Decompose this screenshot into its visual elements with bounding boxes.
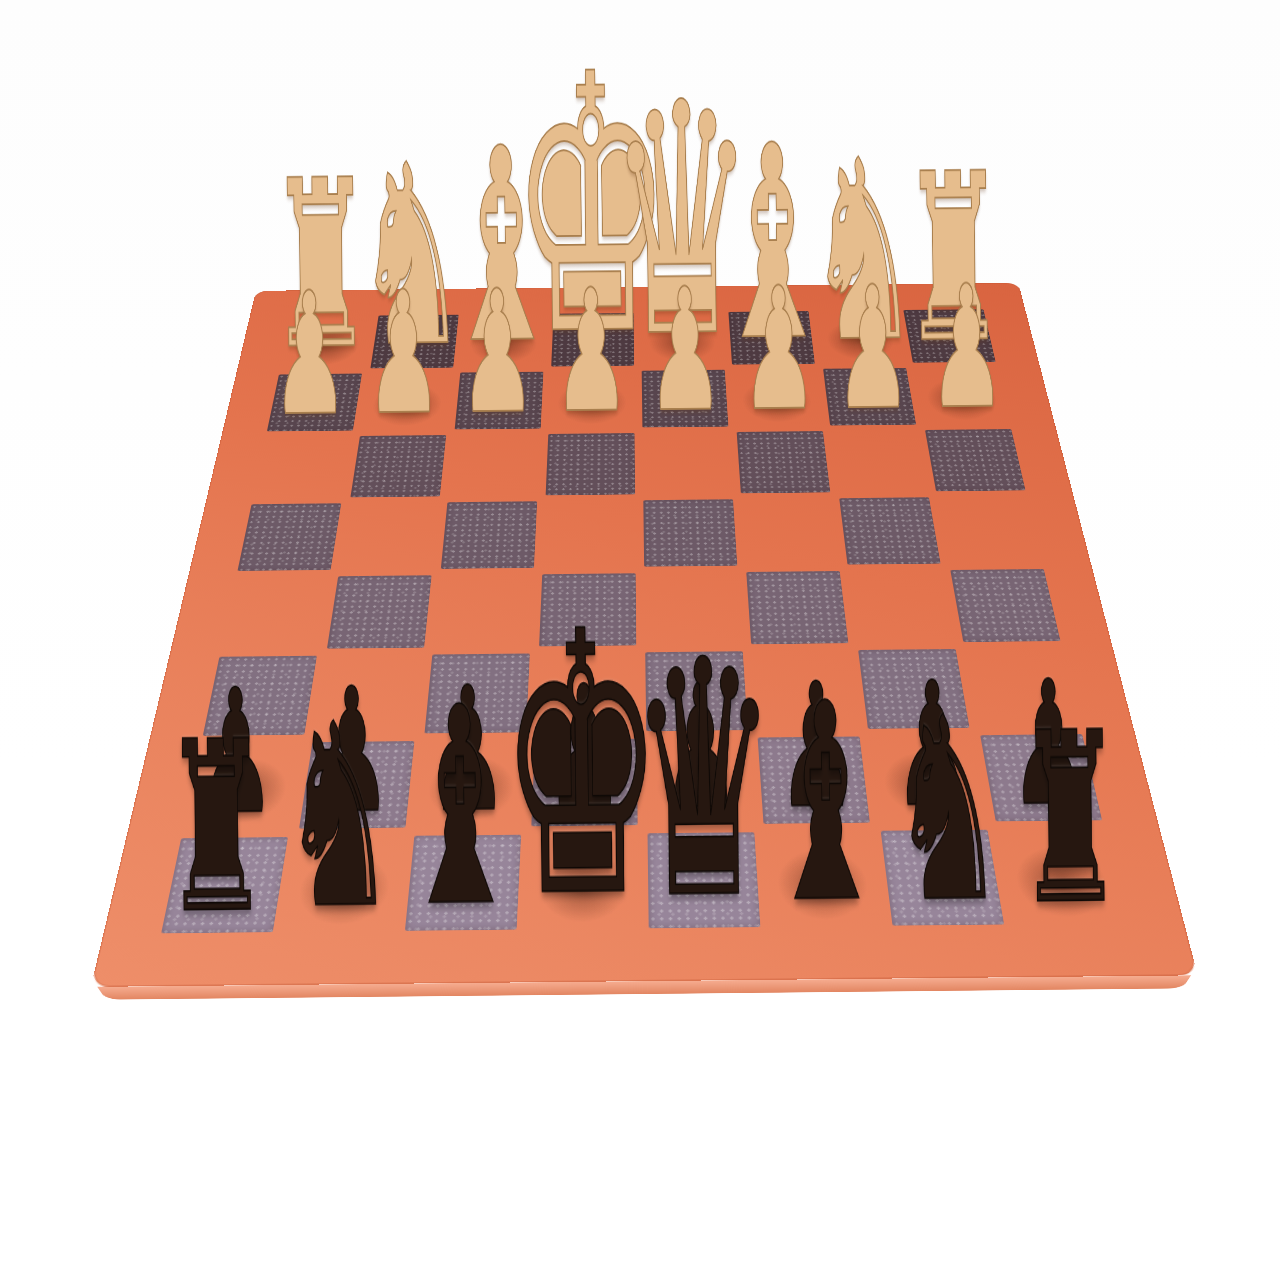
- square-h6: [197, 652, 322, 739]
- dark-glitter-tile: [904, 309, 996, 362]
- square-e6: [531, 649, 642, 736]
- square-d8: ♛: [643, 828, 766, 933]
- square-d2: ♟: [638, 367, 733, 430]
- square-c7: ♟: [753, 733, 876, 828]
- square-d6: [641, 648, 753, 735]
- square-b3: [827, 427, 933, 495]
- square-f3: [444, 431, 545, 499]
- square-c5: [742, 568, 853, 648]
- square-d3: [639, 429, 737, 497]
- square-a1: ♜: [899, 307, 1000, 365]
- square-h5: [216, 573, 335, 653]
- square-d5: [640, 569, 747, 649]
- square-b4: [835, 494, 946, 568]
- square-a4: [933, 493, 1048, 567]
- dark-glitter-tile: [737, 431, 830, 493]
- square-h3: [248, 433, 356, 501]
- dark-glitter-tile: [238, 504, 341, 571]
- square-f5: [428, 571, 538, 651]
- dark-glitter-tile: [925, 429, 1025, 491]
- square-c1: ♝: [725, 309, 819, 368]
- square-d1: ♛: [637, 310, 728, 369]
- dark-glitter-tile: [758, 737, 870, 824]
- dark-glitter-tile: [441, 502, 537, 569]
- square-g1: ♞: [366, 312, 462, 371]
- square-h2: ♟: [262, 371, 366, 434]
- dark-glitter-tile: [546, 433, 635, 495]
- square-b5: [844, 567, 960, 647]
- dark-glitter-tile: [840, 497, 941, 564]
- dark-glitter-tile: [859, 649, 970, 728]
- dark-glitter-tile: [747, 571, 848, 644]
- square-e5: [535, 570, 641, 650]
- dark-glitter-tile: [644, 500, 737, 567]
- square-g3: [346, 432, 451, 500]
- dark-glitter-tile: [951, 569, 1061, 642]
- dark-glitter-tile: [267, 374, 361, 432]
- dark-glitter-tile: [300, 741, 415, 828]
- dark-glitter-tile: [646, 652, 748, 731]
- dark-glitter-tile: [642, 370, 728, 427]
- dark-glitter-tile: [351, 435, 446, 497]
- board-scene: ♜♞♝♚♛♝♞♜♟♟♟♟♟♟♟♟♟♟♟♟♟♟♟♟♜♞♝♚♛♝♞♜: [0, 0, 1280, 1280]
- square-b2: ♟: [819, 365, 921, 428]
- square-g7: ♟: [294, 737, 420, 833]
- square-h8: ♜: [155, 833, 293, 938]
- piece-white-rook: ♜: [267, 161, 373, 370]
- dark-glitter-tile: [552, 313, 634, 366]
- dark-glitter-tile: [823, 368, 915, 425]
- dark-glitter-tile: [455, 372, 543, 429]
- square-b7: ♟: [864, 732, 992, 827]
- square-f2: ♟: [451, 369, 548, 432]
- square-c3: [733, 428, 835, 496]
- square-f1: ♝: [457, 311, 550, 370]
- square-b1: ♞: [812, 308, 910, 367]
- square-a3: [921, 426, 1031, 494]
- square-f7: ♟: [410, 736, 531, 832]
- dark-glitter-tile: [881, 830, 1004, 925]
- chessboard: ♜♞♝♚♛♝♞♜♟♟♟♟♟♟♟♟♟♟♟♟♟♟♟♟♜♞♝♚♛♝♞♜: [91, 283, 1198, 987]
- dark-glitter-tile: [162, 837, 288, 933]
- dark-glitter-tile: [203, 656, 316, 736]
- square-a6: [960, 644, 1086, 731]
- square-c6: [747, 647, 864, 734]
- square-c8: ♝: [759, 827, 888, 932]
- square-g8: ♞: [277, 832, 410, 937]
- square-a7: ♟: [975, 730, 1108, 825]
- square-h1: ♜: [276, 313, 376, 372]
- dark-glitter-tile: [425, 654, 530, 733]
- square-f6: [420, 650, 535, 737]
- dark-glitter-tile: [539, 573, 636, 646]
- dark-glitter-tile: [648, 833, 760, 928]
- dark-glitter-tile: [405, 835, 520, 931]
- chess-set-photo: ♜♞♝♚♛♝♞♜♟♟♟♟♟♟♟♟♟♟♟♟♟♟♟♟♜♞♝♚♛♝♞♜: [0, 0, 1280, 1280]
- square-a2: ♟: [910, 364, 1015, 427]
- dark-glitter-tile: [532, 739, 638, 826]
- square-e3: [541, 430, 639, 498]
- chessboard-grid: ♜♞♝♚♛♝♞♜♟♟♟♟♟♟♟♟♟♟♟♟♟♟♟♟♜♞♝♚♛♝♞♜: [155, 307, 1132, 938]
- square-e1: ♚: [547, 311, 638, 370]
- square-e7: ♟: [526, 735, 642, 830]
- square-g6: [308, 651, 428, 738]
- square-f8: ♝: [399, 830, 526, 935]
- square-d7: ♟: [642, 734, 759, 829]
- square-h7: ♟: [177, 739, 308, 835]
- square-e8: ♚: [522, 829, 644, 934]
- square-b6: [853, 646, 975, 733]
- dark-glitter-tile: [981, 734, 1102, 821]
- square-g2: ♟: [356, 370, 456, 433]
- square-c4: [737, 495, 844, 569]
- square-e2: ♟: [545, 368, 639, 431]
- dark-glitter-tile: [371, 315, 459, 368]
- square-d4: [639, 496, 742, 570]
- square-e4: [538, 497, 640, 571]
- dark-glitter-tile: [327, 576, 431, 649]
- square-g5: [322, 572, 436, 652]
- square-f4: [436, 498, 541, 572]
- square-b8: ♞: [875, 826, 1010, 931]
- square-c2: ♟: [728, 366, 826, 429]
- dark-glitter-tile: [729, 311, 815, 364]
- square-h4: [233, 500, 346, 574]
- square-a5: [946, 566, 1066, 646]
- square-g4: [334, 499, 443, 573]
- square-a8: ♜: [992, 824, 1133, 929]
